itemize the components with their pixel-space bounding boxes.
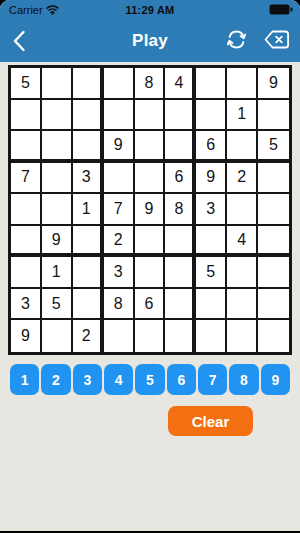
cell-r2c9[interactable] xyxy=(258,100,289,132)
cell-r8c7[interactable] xyxy=(196,289,227,321)
nav-actions xyxy=(225,20,290,62)
cell-r3c8[interactable] xyxy=(227,131,258,163)
cell-r8c6[interactable] xyxy=(165,289,196,321)
cell-r3c2[interactable] xyxy=(42,131,73,163)
cell-r6c5[interactable] xyxy=(135,226,166,258)
cell-r6c8[interactable]: 4 xyxy=(227,226,258,258)
cell-r6c3[interactable] xyxy=(73,226,104,258)
cell-r9c3[interactable]: 2 xyxy=(73,320,104,352)
refresh-button[interactable] xyxy=(225,28,248,54)
cell-r3c7[interactable]: 6 xyxy=(196,131,227,163)
cell-r8c5[interactable]: 6 xyxy=(135,289,166,321)
number-button-9[interactable]: 9 xyxy=(261,364,290,395)
number-button-2[interactable]: 2 xyxy=(41,364,70,395)
cell-r5c9[interactable] xyxy=(258,194,289,226)
cell-r2c2[interactable] xyxy=(42,100,73,132)
cell-r4c5[interactable] xyxy=(135,163,166,195)
cell-r3c6[interactable] xyxy=(165,131,196,163)
cell-r2c4[interactable] xyxy=(104,100,135,132)
cell-r1c7[interactable] xyxy=(196,68,227,100)
number-pad: 123456789 xyxy=(10,364,290,395)
cell-r3c4[interactable]: 9 xyxy=(104,131,135,163)
cell-r1c3[interactable] xyxy=(73,68,104,100)
cell-r9c9[interactable] xyxy=(258,320,289,352)
cell-r4c3[interactable]: 3 xyxy=(73,163,104,195)
cell-r7c8[interactable] xyxy=(227,257,258,289)
refresh-icon xyxy=(225,28,248,54)
cell-r1c2[interactable] xyxy=(42,68,73,100)
cell-r1c4[interactable] xyxy=(104,68,135,100)
cell-r8c8[interactable] xyxy=(227,289,258,321)
cell-r1c1[interactable]: 5 xyxy=(11,68,42,100)
cell-r2c8[interactable]: 1 xyxy=(227,100,258,132)
battery-icon xyxy=(269,4,293,17)
cell-r5c1[interactable] xyxy=(11,194,42,226)
cell-r8c9[interactable] xyxy=(258,289,289,321)
cell-r7c2[interactable]: 1 xyxy=(42,257,73,289)
cell-r9c1[interactable]: 9 xyxy=(11,320,42,352)
cell-r9c8[interactable] xyxy=(227,320,258,352)
status-right xyxy=(269,0,293,20)
number-button-1[interactable]: 1 xyxy=(10,364,39,395)
cell-r8c3[interactable] xyxy=(73,289,104,321)
cell-r5c7[interactable]: 3 xyxy=(196,194,227,226)
cell-r4c6[interactable]: 6 xyxy=(165,163,196,195)
cell-r3c3[interactable] xyxy=(73,131,104,163)
cell-r5c8[interactable] xyxy=(227,194,258,226)
cell-r8c1[interactable]: 3 xyxy=(11,289,42,321)
cell-r2c3[interactable] xyxy=(73,100,104,132)
sudoku-app-screen: Carrier 11:29 AM xyxy=(0,0,300,531)
cell-r7c3[interactable] xyxy=(73,257,104,289)
cell-r7c4[interactable]: 3 xyxy=(104,257,135,289)
cell-r7c9[interactable] xyxy=(258,257,289,289)
number-button-8[interactable]: 8 xyxy=(229,364,258,395)
number-button-3[interactable]: 3 xyxy=(73,364,102,395)
number-button-4[interactable]: 4 xyxy=(104,364,133,395)
status-bar: Carrier 11:29 AM xyxy=(0,0,300,20)
backspace-icon xyxy=(263,29,290,53)
header-background: Carrier 11:29 AM xyxy=(0,0,300,62)
cell-r2c5[interactable] xyxy=(135,100,166,132)
cell-r4c4[interactable] xyxy=(104,163,135,195)
cell-r8c4[interactable]: 8 xyxy=(104,289,135,321)
cell-r7c1[interactable] xyxy=(11,257,42,289)
cell-r3c5[interactable] xyxy=(135,131,166,163)
cell-r1c9[interactable]: 9 xyxy=(258,68,289,100)
cell-r9c7[interactable] xyxy=(196,320,227,352)
number-button-7[interactable]: 7 xyxy=(198,364,227,395)
cell-r7c5[interactable] xyxy=(135,257,166,289)
cell-r6c1[interactable] xyxy=(11,226,42,258)
cell-r2c1[interactable] xyxy=(11,100,42,132)
cell-r6c2[interactable]: 9 xyxy=(42,226,73,258)
cell-r4c2[interactable] xyxy=(42,163,73,195)
clear-button[interactable]: Clear xyxy=(168,406,253,436)
sudoku-board: 584919657369217983924135358692 xyxy=(8,65,292,355)
cell-r2c6[interactable] xyxy=(165,100,196,132)
cell-r6c9[interactable] xyxy=(258,226,289,258)
cell-r9c6[interactable] xyxy=(165,320,196,352)
cell-r1c8[interactable] xyxy=(227,68,258,100)
cell-r7c6[interactable] xyxy=(165,257,196,289)
number-button-6[interactable]: 6 xyxy=(167,364,196,395)
cell-r5c5[interactable]: 9 xyxy=(135,194,166,226)
cell-r4c1[interactable]: 7 xyxy=(11,163,42,195)
cell-r9c5[interactable] xyxy=(135,320,166,352)
cell-r9c2[interactable] xyxy=(42,320,73,352)
cell-r7c7[interactable]: 5 xyxy=(196,257,227,289)
cell-r5c4[interactable]: 7 xyxy=(104,194,135,226)
cell-r6c7[interactable] xyxy=(196,226,227,258)
cell-r3c9[interactable]: 5 xyxy=(258,131,289,163)
delete-button[interactable] xyxy=(263,29,290,53)
cell-r4c7[interactable]: 9 xyxy=(196,163,227,195)
cell-r9c4[interactable] xyxy=(104,320,135,352)
number-button-5[interactable]: 5 xyxy=(135,364,164,395)
cell-r6c4[interactable]: 2 xyxy=(104,226,135,258)
cell-r8c2[interactable]: 5 xyxy=(42,289,73,321)
cell-r3c1[interactable] xyxy=(11,131,42,163)
cell-r4c9[interactable] xyxy=(258,163,289,195)
cell-r5c2[interactable] xyxy=(42,194,73,226)
cell-r2c7[interactable] xyxy=(196,100,227,132)
cell-r6c6[interactable] xyxy=(165,226,196,258)
navigation-bar: Play xyxy=(0,20,300,62)
cell-r5c6[interactable]: 8 xyxy=(165,194,196,226)
cell-r1c5[interactable]: 8 xyxy=(135,68,166,100)
cell-r1c6[interactable]: 4 xyxy=(165,68,196,100)
cell-r5c3[interactable]: 1 xyxy=(73,194,104,226)
cell-r4c8[interactable]: 2 xyxy=(227,163,258,195)
status-time: 11:29 AM xyxy=(0,4,300,16)
